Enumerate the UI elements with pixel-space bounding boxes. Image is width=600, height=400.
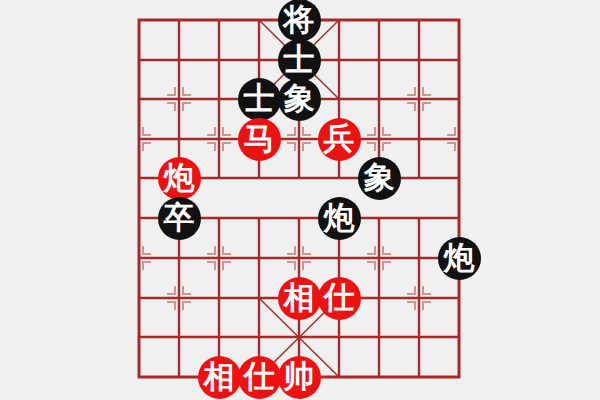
piece-glyph: 士	[284, 44, 315, 75]
piece-glyph: 马	[244, 123, 275, 154]
piece-black-soldier[interactable]: 卒	[158, 197, 201, 240]
piece-glyph: 相	[284, 282, 315, 313]
piece-black-general[interactable]: 将	[278, 0, 321, 42]
piece-black-elephant[interactable]: 象	[278, 78, 321, 121]
piece-red-general[interactable]: 帅	[278, 356, 321, 399]
piece-glyph: 象	[364, 162, 395, 193]
piece-red-elephant[interactable]: 相	[198, 356, 241, 399]
piece-black-advisor[interactable]: 士	[238, 78, 281, 121]
piece-glyph: 炮	[164, 162, 195, 193]
piece-red-advisor[interactable]: 仕	[318, 277, 361, 320]
piece-glyph: 帅	[284, 361, 315, 392]
piece-red-soldier[interactable]: 兵	[318, 118, 361, 161]
piece-red-horse[interactable]: 马	[238, 118, 281, 161]
piece-black-cannon[interactable]: 炮	[438, 237, 481, 280]
piece-glyph: 兵	[324, 123, 355, 154]
piece-glyph: 相	[204, 361, 235, 392]
piece-red-advisor[interactable]: 仕	[238, 356, 281, 399]
piece-red-cannon[interactable]: 炮	[158, 157, 201, 200]
piece-glyph: 将	[284, 4, 315, 35]
piece-glyph: 炮	[444, 242, 475, 273]
piece-glyph: 仕	[324, 282, 355, 313]
piece-glyph: 炮	[324, 202, 355, 233]
piece-black-cannon[interactable]: 炮	[318, 197, 361, 240]
xiangqi-board: 将士士象马兵炮象卒炮炮相仕相仕帅	[0, 0, 600, 400]
piece-black-elephant[interactable]: 象	[358, 157, 401, 200]
piece-black-advisor[interactable]: 士	[278, 39, 321, 82]
piece-glyph: 卒	[164, 202, 195, 233]
piece-glyph: 仕	[244, 361, 275, 392]
piece-glyph: 士	[244, 83, 275, 114]
piece-red-elephant[interactable]: 相	[278, 277, 321, 320]
piece-glyph: 象	[284, 83, 315, 114]
